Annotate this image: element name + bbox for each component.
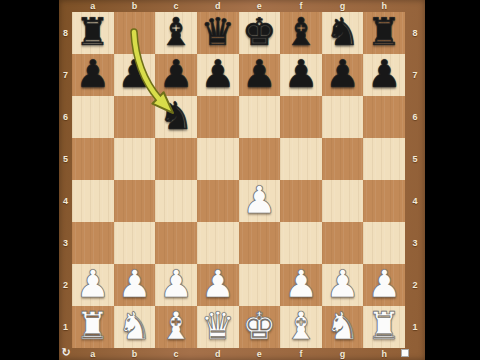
square-c8[interactable]: ♝ <box>155 12 197 54</box>
square-b4[interactable] <box>114 180 156 222</box>
file-label-a-bottom: a <box>72 348 114 360</box>
rank-label-1-right: 1 <box>405 306 425 348</box>
square-d1[interactable]: ♛ <box>197 306 239 348</box>
file-label-f-bottom: f <box>280 348 322 360</box>
file-label-e-top: e <box>239 0 281 12</box>
square-c6[interactable]: ♞ <box>155 96 197 138</box>
white-knight[interactable]: ♞ <box>117 307 151 345</box>
file-label-e-bottom: e <box>239 348 281 360</box>
file-label-c-top: c <box>155 0 197 12</box>
file-label-h-bottom: h <box>363 348 405 360</box>
square-h6[interactable] <box>363 96 405 138</box>
white-pawn[interactable]: ♟ <box>367 265 401 303</box>
black-knight[interactable]: ♞ <box>326 13 360 51</box>
white-bishop[interactable]: ♝ <box>159 307 193 345</box>
rank-labels-right: 87654321 <box>405 12 425 348</box>
file-label-d-bottom: d <box>197 348 239 360</box>
black-pawn[interactable]: ♟ <box>284 55 318 93</box>
letterbox-left <box>0 0 59 360</box>
square-a3[interactable] <box>72 222 114 264</box>
square-b5[interactable] <box>114 138 156 180</box>
black-pawn[interactable]: ♟ <box>201 55 235 93</box>
white-pawn[interactable]: ♟ <box>159 265 193 303</box>
rank-label-8-left: 8 <box>59 12 72 54</box>
file-label-g-bottom: g <box>322 348 364 360</box>
square-c3[interactable] <box>155 222 197 264</box>
black-bishop[interactable]: ♝ <box>284 13 318 51</box>
file-label-c-bottom: c <box>155 348 197 360</box>
square-f3[interactable] <box>280 222 322 264</box>
video-frame: abcdefgh abcdefgh 87654321 87654321 ♜♝♛♚… <box>0 0 480 360</box>
rank-label-2-left: 2 <box>59 264 72 306</box>
square-h7[interactable]: ♟ <box>363 54 405 96</box>
black-rook[interactable]: ♜ <box>76 13 110 51</box>
square-a4[interactable] <box>72 180 114 222</box>
square-e3[interactable] <box>239 222 281 264</box>
square-a5[interactable] <box>72 138 114 180</box>
square-f2[interactable]: ♟ <box>280 264 322 306</box>
rank-label-7-left: 7 <box>59 54 72 96</box>
square-g2[interactable]: ♟ <box>322 264 364 306</box>
square-g6[interactable] <box>322 96 364 138</box>
square-c2[interactable]: ♟ <box>155 264 197 306</box>
square-c7[interactable]: ♟ <box>155 54 197 96</box>
square-b7[interactable]: ♟ <box>114 54 156 96</box>
black-bishop[interactable]: ♝ <box>159 13 193 51</box>
rank-labels-left: 87654321 <box>59 12 72 348</box>
rank-label-8-right: 8 <box>405 12 425 54</box>
rank-label-7-right: 7 <box>405 54 425 96</box>
rank-label-3-right: 3 <box>405 222 425 264</box>
black-pawn[interactable]: ♟ <box>117 55 151 93</box>
white-pawn[interactable]: ♟ <box>242 181 276 219</box>
square-g1[interactable]: ♞ <box>322 306 364 348</box>
square-f6[interactable] <box>280 96 322 138</box>
square-e1[interactable]: ♚ <box>239 306 281 348</box>
white-rook[interactable]: ♜ <box>76 307 110 345</box>
square-f7[interactable]: ♟ <box>280 54 322 96</box>
file-label-b-bottom: b <box>114 348 156 360</box>
square-b8[interactable] <box>114 12 156 54</box>
rank-label-1-left: 1 <box>59 306 72 348</box>
square-c1[interactable]: ♝ <box>155 306 197 348</box>
black-pawn[interactable]: ♟ <box>242 55 276 93</box>
rank-label-6-left: 6 <box>59 96 72 138</box>
file-label-d-top: d <box>197 0 239 12</box>
black-rook[interactable]: ♜ <box>367 13 401 51</box>
rank-label-6-right: 6 <box>405 96 425 138</box>
square-e7[interactable]: ♟ <box>239 54 281 96</box>
square-d6[interactable] <box>197 96 239 138</box>
square-b2[interactable]: ♟ <box>114 264 156 306</box>
square-d3[interactable] <box>197 222 239 264</box>
resize-handle-icon[interactable] <box>401 349 409 357</box>
white-pawn[interactable]: ♟ <box>76 265 110 303</box>
square-e2[interactable] <box>239 264 281 306</box>
rank-label-4-right: 4 <box>405 180 425 222</box>
square-d8[interactable]: ♛ <box>197 12 239 54</box>
rank-label-5-left: 5 <box>59 138 72 180</box>
white-pawn[interactable]: ♟ <box>284 265 318 303</box>
white-pawn[interactable]: ♟ <box>117 265 151 303</box>
file-label-g-top: g <box>322 0 364 12</box>
square-g8[interactable]: ♞ <box>322 12 364 54</box>
square-f5[interactable] <box>280 138 322 180</box>
square-f8[interactable]: ♝ <box>280 12 322 54</box>
rank-label-5-right: 5 <box>405 138 425 180</box>
file-label-f-top: f <box>280 0 322 12</box>
square-e5[interactable] <box>239 138 281 180</box>
white-pawn[interactable]: ♟ <box>326 265 360 303</box>
rank-label-4-left: 4 <box>59 180 72 222</box>
file-label-b-top: b <box>114 0 156 12</box>
flip-board-icon[interactable]: ↻ <box>59 345 73 359</box>
square-e4[interactable]: ♟ <box>239 180 281 222</box>
square-d4[interactable] <box>197 180 239 222</box>
letterbox-right <box>425 0 480 360</box>
white-pawn[interactable]: ♟ <box>201 265 235 303</box>
white-knight[interactable]: ♞ <box>326 307 360 345</box>
square-g5[interactable] <box>322 138 364 180</box>
black-knight[interactable]: ♞ <box>159 97 193 135</box>
square-a8[interactable]: ♜ <box>72 12 114 54</box>
square-g4[interactable] <box>322 180 364 222</box>
black-pawn[interactable]: ♟ <box>159 55 193 93</box>
square-h4[interactable] <box>363 180 405 222</box>
square-b1[interactable]: ♞ <box>114 306 156 348</box>
square-h1[interactable]: ♜ <box>363 306 405 348</box>
rank-label-3-left: 3 <box>59 222 72 264</box>
file-label-h-top: h <box>363 0 405 12</box>
black-pawn[interactable]: ♟ <box>326 55 360 93</box>
square-g3[interactable] <box>322 222 364 264</box>
square-c5[interactable] <box>155 138 197 180</box>
chess-board[interactable]: ♜♝♛♚♝♞♜♟♟♟♟♟♟♟♟♞♟♟♟♟♟♟♟♟♜♞♝♛♚♝♞♜ <box>72 12 405 348</box>
black-pawn[interactable]: ♟ <box>76 55 110 93</box>
square-e8[interactable]: ♚ <box>239 12 281 54</box>
square-a7[interactable]: ♟ <box>72 54 114 96</box>
white-queen[interactable]: ♛ <box>201 307 235 345</box>
black-queen[interactable]: ♛ <box>201 13 235 51</box>
file-label-a-top: a <box>72 0 114 12</box>
square-d7[interactable]: ♟ <box>197 54 239 96</box>
square-d2[interactable]: ♟ <box>197 264 239 306</box>
square-g7[interactable]: ♟ <box>322 54 364 96</box>
white-rook[interactable]: ♜ <box>367 307 401 345</box>
square-f4[interactable] <box>280 180 322 222</box>
square-f1[interactable]: ♝ <box>280 306 322 348</box>
square-h3[interactable] <box>363 222 405 264</box>
square-d5[interactable] <box>197 138 239 180</box>
square-b3[interactable] <box>114 222 156 264</box>
square-c4[interactable] <box>155 180 197 222</box>
square-a6[interactable] <box>72 96 114 138</box>
rank-label-2-right: 2 <box>405 264 425 306</box>
black-king[interactable]: ♚ <box>242 13 276 51</box>
square-b6[interactable] <box>114 96 156 138</box>
square-a2[interactable]: ♟ <box>72 264 114 306</box>
square-h5[interactable] <box>363 138 405 180</box>
white-bishop[interactable]: ♝ <box>284 307 318 345</box>
square-e6[interactable] <box>239 96 281 138</box>
square-h8[interactable]: ♜ <box>363 12 405 54</box>
board-frame: abcdefgh abcdefgh 87654321 87654321 ♜♝♛♚… <box>59 0 425 360</box>
black-pawn[interactable]: ♟ <box>367 55 401 93</box>
square-a1[interactable]: ♜ <box>72 306 114 348</box>
file-labels-bottom: abcdefgh <box>72 348 405 360</box>
square-h2[interactable]: ♟ <box>363 264 405 306</box>
file-labels-top: abcdefgh <box>72 0 405 12</box>
white-king[interactable]: ♚ <box>242 307 276 345</box>
